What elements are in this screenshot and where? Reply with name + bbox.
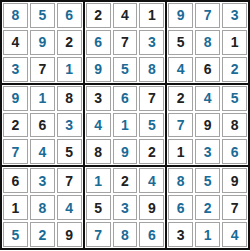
sudoku-cell[interactable]: 4 — [3, 30, 28, 55]
sudoku-cell[interactable]: 9 — [139, 195, 164, 220]
sudoku-cell[interactable]: 2 — [195, 195, 220, 220]
sudoku-box: 918263745 — [2, 85, 83, 166]
sudoku-cell[interactable]: 8 — [30, 195, 55, 220]
sudoku-cell[interactable]: 9 — [195, 113, 220, 138]
sudoku-cell[interactable]: 5 — [3, 222, 28, 247]
sudoku-cell[interactable]: 9 — [57, 222, 82, 247]
sudoku-box: 973581462 — [167, 2, 248, 83]
sudoku-cell[interactable]: 2 — [113, 168, 138, 193]
sudoku-cell[interactable]: 6 — [57, 3, 82, 28]
sudoku-cell[interactable]: 1 — [168, 139, 193, 164]
sudoku-cell[interactable]: 4 — [139, 168, 164, 193]
sudoku-cell[interactable]: 8 — [113, 222, 138, 247]
sudoku-box: 637184529 — [2, 167, 83, 248]
sudoku-cell[interactable]: 8 — [195, 30, 220, 55]
sudoku-cell[interactable]: 8 — [139, 57, 164, 82]
sudoku-cell[interactable]: 2 — [168, 86, 193, 111]
sudoku-cell[interactable]: 4 — [86, 113, 111, 138]
sudoku-cell[interactable]: 8 — [168, 168, 193, 193]
sudoku-cell[interactable]: 6 — [113, 86, 138, 111]
sudoku-cell[interactable]: 2 — [30, 222, 55, 247]
sudoku-cell[interactable]: 9 — [30, 30, 55, 55]
sudoku-cell[interactable]: 3 — [195, 139, 220, 164]
sudoku-cell[interactable]: 2 — [222, 57, 247, 82]
sudoku-cell[interactable]: 1 — [222, 30, 247, 55]
sudoku-cell[interactable]: 9 — [3, 86, 28, 111]
sudoku-cell[interactable]: 8 — [86, 139, 111, 164]
sudoku-cell[interactable]: 3 — [3, 57, 28, 82]
sudoku-cell[interactable]: 5 — [222, 86, 247, 111]
sudoku-cell[interactable]: 2 — [57, 30, 82, 55]
sudoku-cell[interactable]: 8 — [222, 113, 247, 138]
sudoku-cell[interactable]: 4 — [113, 3, 138, 28]
sudoku-cell[interactable]: 6 — [195, 57, 220, 82]
sudoku-cell[interactable]: 4 — [57, 195, 82, 220]
sudoku-cell[interactable]: 6 — [30, 113, 55, 138]
sudoku-cell[interactable]: 4 — [222, 222, 247, 247]
sudoku-cell[interactable]: 1 — [195, 222, 220, 247]
sudoku-cell[interactable]: 7 — [113, 30, 138, 55]
sudoku-cell[interactable]: 9 — [86, 57, 111, 82]
sudoku-cell[interactable]: 7 — [222, 195, 247, 220]
sudoku-cell[interactable]: 6 — [86, 30, 111, 55]
sudoku-cell[interactable]: 7 — [30, 57, 55, 82]
sudoku-cell[interactable]: 1 — [57, 57, 82, 82]
sudoku-cell[interactable]: 6 — [3, 168, 28, 193]
sudoku-cell[interactable]: 5 — [139, 113, 164, 138]
sudoku-cell[interactable]: 3 — [168, 222, 193, 247]
sudoku-cell[interactable]: 9 — [113, 139, 138, 164]
sudoku-cell[interactable]: 5 — [195, 168, 220, 193]
sudoku-cell[interactable]: 6 — [168, 195, 193, 220]
sudoku-cell[interactable]: 5 — [30, 3, 55, 28]
sudoku-cell[interactable]: 7 — [57, 168, 82, 193]
sudoku-box: 241673958 — [85, 2, 166, 83]
sudoku-cell[interactable]: 3 — [139, 30, 164, 55]
sudoku-cell[interactable]: 3 — [113, 195, 138, 220]
sudoku-cell[interactable]: 2 — [139, 139, 164, 164]
sudoku-cell[interactable]: 1 — [30, 86, 55, 111]
sudoku-cell[interactable]: 7 — [139, 86, 164, 111]
sudoku-cell[interactable]: 7 — [3, 139, 28, 164]
sudoku-cell[interactable]: 3 — [57, 113, 82, 138]
sudoku-cell[interactable]: 4 — [195, 86, 220, 111]
sudoku-cell[interactable]: 8 — [57, 86, 82, 111]
sudoku-cell[interactable]: 3 — [30, 168, 55, 193]
sudoku-cell[interactable]: 7 — [86, 222, 111, 247]
sudoku-box: 856492371 — [2, 2, 83, 83]
sudoku-cell[interactable]: 1 — [3, 195, 28, 220]
sudoku-cell[interactable]: 5 — [168, 30, 193, 55]
sudoku-cell[interactable]: 9 — [168, 3, 193, 28]
sudoku-cell[interactable]: 1 — [86, 168, 111, 193]
sudoku-cell[interactable]: 6 — [139, 222, 164, 247]
sudoku-cell[interactable]: 3 — [222, 3, 247, 28]
sudoku-cell[interactable]: 7 — [168, 113, 193, 138]
sudoku-cell[interactable]: 5 — [113, 57, 138, 82]
sudoku-cell[interactable]: 9 — [222, 168, 247, 193]
sudoku-cell[interactable]: 5 — [57, 139, 82, 164]
sudoku-cell[interactable]: 7 — [195, 3, 220, 28]
sudoku-board: 8564923712416739589735814629182637453674… — [0, 0, 250, 250]
sudoku-cell[interactable]: 1 — [113, 113, 138, 138]
sudoku-cell[interactable]: 1 — [139, 3, 164, 28]
sudoku-cell[interactable]: 5 — [86, 195, 111, 220]
sudoku-cell[interactable]: 6 — [222, 139, 247, 164]
sudoku-cell[interactable]: 8 — [3, 3, 28, 28]
sudoku-cell[interactable]: 4 — [168, 57, 193, 82]
sudoku-box: 245798136 — [167, 85, 248, 166]
sudoku-cell[interactable]: 3 — [86, 86, 111, 111]
sudoku-box: 367415892 — [85, 85, 166, 166]
sudoku-cell[interactable]: 4 — [30, 139, 55, 164]
sudoku-box: 124539786 — [85, 167, 166, 248]
sudoku-cell[interactable]: 2 — [3, 113, 28, 138]
sudoku-cell[interactable]: 2 — [86, 3, 111, 28]
sudoku-box: 859627314 — [167, 167, 248, 248]
